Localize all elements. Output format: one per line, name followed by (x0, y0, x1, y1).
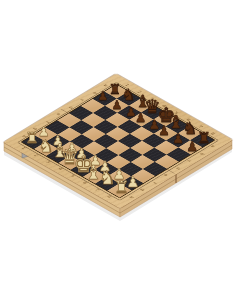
product-photo: 12345678aabbccddeeffgghh12345678 ♜♟♞♝♟♛♟… (0, 0, 240, 303)
